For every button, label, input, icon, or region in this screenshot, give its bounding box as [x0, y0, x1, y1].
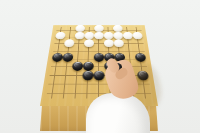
board-cell-9-2[interactable]	[58, 91, 70, 99]
board-cell-3-9[interactable]	[133, 42, 144, 50]
board-cell-2-5[interactable]	[94, 34, 104, 42]
white-stone[interactable]	[94, 32, 103, 39]
board-cell-7-5[interactable]	[93, 74, 104, 84]
white-stone[interactable]	[104, 32, 113, 39]
white-stone[interactable]	[84, 39, 94, 47]
white-stone[interactable]	[75, 32, 85, 39]
black-stone[interactable]	[94, 53, 104, 62]
board-cell-8-4[interactable]	[82, 84, 94, 91]
board-cell-2-9[interactable]	[133, 34, 144, 42]
white-stone[interactable]	[132, 32, 142, 39]
go-photo-scene	[0, 0, 200, 133]
white-stone[interactable]	[113, 32, 123, 39]
board-cell-9-1[interactable]	[46, 91, 59, 99]
white-stone[interactable]	[64, 39, 74, 47]
board-cell-2-3[interactable]	[74, 34, 84, 42]
black-stone[interactable]	[94, 71, 105, 81]
black-stone[interactable]	[135, 53, 146, 62]
black-stone[interactable]	[83, 71, 94, 81]
white-stone[interactable]	[94, 25, 103, 32]
board-cell-9-4[interactable]	[81, 91, 93, 99]
board-cell-6-3[interactable]	[72, 64, 83, 73]
white-stone[interactable]	[75, 25, 84, 32]
board-cell-8-5[interactable]	[93, 84, 104, 91]
black-stone[interactable]	[62, 53, 73, 62]
board-cell-6-2[interactable]	[61, 64, 73, 73]
black-stone[interactable]	[72, 62, 83, 71]
board-cell-8-2[interactable]	[59, 84, 71, 91]
board-cell-3-5[interactable]	[94, 42, 104, 50]
white-stone[interactable]	[113, 25, 122, 32]
board-cell-3-4[interactable]	[84, 42, 94, 50]
board-cell-7-4[interactable]	[82, 74, 93, 84]
board-cell-5-5[interactable]	[94, 56, 105, 65]
board-cell-7-3[interactable]	[71, 74, 83, 84]
board-cell-3-3[interactable]	[74, 42, 85, 50]
white-stone[interactable]	[114, 39, 124, 47]
board-cell-3-7[interactable]	[114, 42, 125, 50]
white-stone[interactable]	[123, 32, 133, 39]
board-cell-7-2[interactable]	[60, 74, 72, 84]
board-cell-3-6[interactable]	[104, 42, 114, 50]
white-stone[interactable]	[104, 39, 114, 47]
board-cell-8-1[interactable]	[47, 84, 59, 91]
board-cell-9-3[interactable]	[70, 91, 82, 99]
board-cell-8-3[interactable]	[70, 84, 82, 91]
white-stone[interactable]	[85, 32, 94, 39]
black-stone[interactable]	[83, 62, 94, 71]
